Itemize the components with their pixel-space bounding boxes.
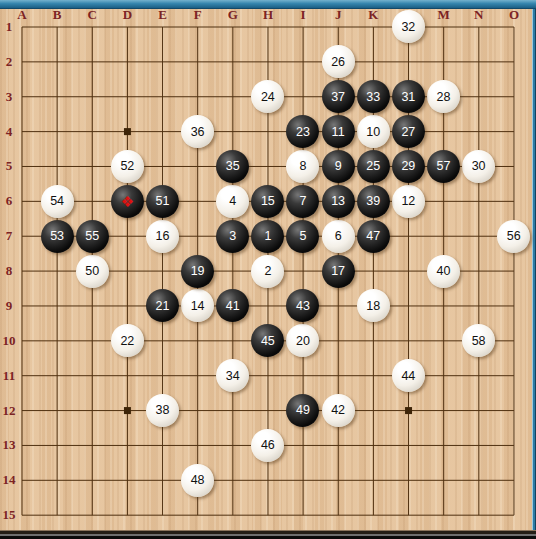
stone-move-number: 56 (507, 229, 521, 243)
stone-move-number: 37 (331, 90, 345, 104)
stone-white-E12[interactable]: 38 (146, 394, 179, 427)
gomoku-app-window: { "game": "gomoku-renju-15x15", "window"… (0, 0, 536, 539)
stone-move-number: 49 (296, 403, 310, 417)
stone-white-K4[interactable]: 10 (357, 115, 390, 148)
stone-white-L6[interactable]: 12 (392, 185, 425, 218)
stone-move-number: 21 (156, 299, 170, 313)
stone-white-L1[interactable]: 32 (392, 10, 425, 43)
stone-move-number: 4 (229, 194, 236, 208)
stone-move-number: 54 (50, 194, 64, 208)
stone-black-K3[interactable]: 33 (357, 80, 390, 113)
stone-move-number: 22 (120, 334, 134, 348)
stone-black-I12[interactable]: 49 (286, 394, 319, 427)
stones-layer: 1234567891011121314151617181920212223242… (4, 10, 531, 533)
stone-black-G7[interactable]: 3 (216, 220, 249, 253)
stone-white-G6[interactable]: 4 (216, 185, 249, 218)
stone-white-H8[interactable]: 2 (251, 255, 284, 288)
stone-black-D6[interactable]: ❖ (111, 185, 144, 218)
stone-move-number: 12 (401, 194, 415, 208)
stone-white-D5[interactable]: 52 (111, 150, 144, 183)
stone-white-B6[interactable]: 54 (41, 185, 74, 218)
stone-white-H3[interactable]: 24 (251, 80, 284, 113)
stone-move-number: 32 (401, 20, 415, 34)
stone-move-number: 14 (191, 299, 205, 313)
stone-move-number: 41 (226, 299, 240, 313)
stone-move-number: 8 (300, 159, 307, 173)
stone-white-O7[interactable]: 56 (497, 220, 530, 253)
stone-move-number: 45 (261, 334, 275, 348)
stone-black-J4[interactable]: 11 (322, 115, 355, 148)
stone-move-number: 38 (156, 403, 170, 417)
stone-black-I6[interactable]: 7 (286, 185, 319, 218)
stone-move-number: 5 (300, 229, 307, 243)
stone-black-F8[interactable]: 19 (181, 255, 214, 288)
stone-move-number: 26 (331, 55, 345, 69)
last-move-red-marker: ❖ (121, 194, 134, 209)
stone-move-number: 6 (335, 229, 342, 243)
stone-black-G5[interactable]: 35 (216, 150, 249, 183)
stone-black-J3[interactable]: 37 (322, 80, 355, 113)
stone-move-number: 57 (437, 159, 451, 173)
stone-black-B7[interactable]: 53 (41, 220, 74, 253)
stone-move-number: 55 (85, 229, 99, 243)
stone-move-number: 19 (191, 264, 205, 278)
stone-white-F14[interactable]: 48 (181, 464, 214, 497)
stone-move-number: 44 (401, 369, 415, 383)
stone-black-J5[interactable]: 9 (322, 150, 355, 183)
stone-move-number: 1 (264, 229, 271, 243)
stone-black-I9[interactable]: 43 (286, 289, 319, 322)
stone-move-number: 51 (156, 194, 170, 208)
stone-white-F9[interactable]: 14 (181, 289, 214, 322)
stone-move-number: 31 (401, 90, 415, 104)
stone-move-number: 50 (85, 264, 99, 278)
stone-move-number: 18 (366, 299, 380, 313)
stone-move-number: 11 (332, 125, 345, 139)
stone-move-number: 53 (50, 229, 64, 243)
stone-white-F4[interactable]: 36 (181, 115, 214, 148)
stone-white-G11[interactable]: 34 (216, 359, 249, 392)
stone-black-E9[interactable]: 21 (146, 289, 179, 322)
stone-white-D10[interactable]: 22 (111, 324, 144, 357)
stone-white-I10[interactable]: 20 (286, 324, 319, 357)
stone-black-J6[interactable]: 13 (322, 185, 355, 218)
stone-move-number: 39 (366, 194, 380, 208)
stone-move-number: 15 (261, 194, 275, 208)
stone-move-number: 24 (261, 90, 275, 104)
stone-white-L11[interactable]: 44 (392, 359, 425, 392)
stone-move-number: 48 (191, 473, 205, 487)
stone-move-number: 2 (264, 264, 271, 278)
stone-black-H10[interactable]: 45 (251, 324, 284, 357)
stone-move-number: 10 (366, 125, 380, 139)
stone-black-L5[interactable]: 29 (392, 150, 425, 183)
stone-black-L3[interactable]: 31 (392, 80, 425, 113)
stone-black-M5[interactable]: 57 (427, 150, 460, 183)
stone-move-number: 42 (331, 403, 345, 417)
stone-black-G9[interactable]: 41 (216, 289, 249, 322)
stone-move-number: 58 (472, 334, 486, 348)
stone-move-number: 23 (296, 125, 310, 139)
stone-black-K7[interactable]: 47 (357, 220, 390, 253)
stone-move-number: 29 (401, 159, 415, 173)
stone-move-number: 47 (366, 229, 380, 243)
stone-white-N5[interactable]: 30 (462, 150, 495, 183)
stone-black-H6[interactable]: 15 (251, 185, 284, 218)
stone-white-M8[interactable]: 40 (427, 255, 460, 288)
stone-black-J8[interactable]: 17 (322, 255, 355, 288)
stone-move-number: 43 (296, 299, 310, 313)
stone-white-C8[interactable]: 50 (76, 255, 109, 288)
stone-move-number: 35 (226, 159, 240, 173)
stone-black-C7[interactable]: 55 (76, 220, 109, 253)
stone-white-N10[interactable]: 58 (462, 324, 495, 357)
stone-black-K6[interactable]: 39 (357, 185, 390, 218)
stone-black-L4[interactable]: 27 (392, 115, 425, 148)
stone-move-number: 16 (156, 229, 170, 243)
stone-move-number: 34 (226, 369, 240, 383)
stone-black-H7[interactable]: 1 (251, 220, 284, 253)
stone-move-number: 40 (437, 264, 451, 278)
stone-move-number: 3 (229, 229, 236, 243)
stone-black-I7[interactable]: 5 (286, 220, 319, 253)
stone-black-E6[interactable]: 51 (146, 185, 179, 218)
stone-move-number: 7 (300, 194, 307, 208)
stone-move-number: 9 (335, 159, 342, 173)
stone-move-number: 30 (472, 159, 486, 173)
stone-move-number: 20 (296, 334, 310, 348)
stone-move-number: 25 (366, 159, 380, 173)
stone-move-number: 17 (331, 264, 345, 278)
stone-white-J2[interactable]: 26 (322, 45, 355, 78)
stone-white-J12[interactable]: 42 (322, 394, 355, 427)
stone-move-number: 27 (401, 125, 415, 139)
stone-black-K5[interactable]: 25 (357, 150, 390, 183)
stone-white-M3[interactable]: 28 (427, 80, 460, 113)
stone-white-K9[interactable]: 18 (357, 289, 390, 322)
stone-white-I5[interactable]: 8 (286, 150, 319, 183)
stone-move-number: 36 (191, 125, 205, 139)
stone-move-number: 33 (366, 90, 380, 104)
stone-white-H13[interactable]: 46 (251, 429, 284, 462)
stone-move-number: 28 (437, 90, 451, 104)
stone-move-number: 52 (120, 159, 134, 173)
stone-move-number: 13 (331, 194, 345, 208)
stone-white-J7[interactable]: 6 (322, 220, 355, 253)
stone-black-I4[interactable]: 23 (286, 115, 319, 148)
stone-white-E7[interactable]: 16 (146, 220, 179, 253)
stone-move-number: 46 (261, 438, 275, 452)
